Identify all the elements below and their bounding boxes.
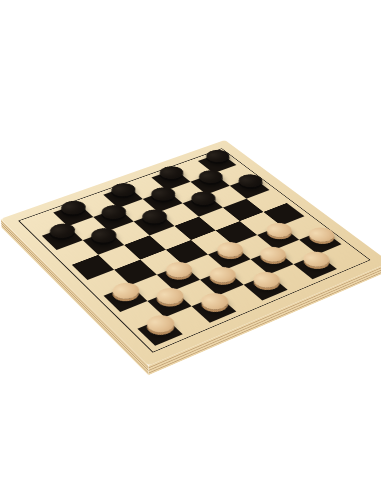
black-checker[interactable] xyxy=(106,181,139,199)
wood-checker[interactable] xyxy=(195,290,232,313)
photo-background xyxy=(0,0,381,492)
wood-checker[interactable] xyxy=(204,264,240,286)
wood-checker[interactable] xyxy=(151,285,188,307)
black-checker[interactable] xyxy=(233,172,266,190)
black-checker[interactable] xyxy=(56,198,89,217)
wood-checker[interactable] xyxy=(303,225,338,245)
board-grid xyxy=(28,153,361,346)
black-checker[interactable] xyxy=(201,148,233,165)
checkers-board xyxy=(1,140,381,366)
board-scene xyxy=(0,0,381,492)
